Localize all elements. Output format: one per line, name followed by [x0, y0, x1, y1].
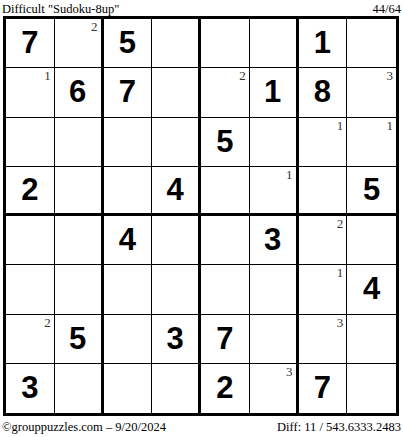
cell-value: 5: [55, 315, 101, 363]
cell-r6c4[interactable]: [152, 265, 201, 314]
sudoku-board: 72511672183511241543214253733237: [3, 16, 399, 416]
cell-r2c3[interactable]: 7: [104, 68, 153, 117]
corner-mark: 1: [286, 167, 293, 182]
cell-r5c2[interactable]: [55, 216, 104, 265]
cell-r1c7[interactable]: 1: [299, 19, 348, 68]
cell-r1c5[interactable]: [201, 19, 250, 68]
cell-value: 2: [201, 364, 249, 413]
cell-r3c1[interactable]: [6, 118, 55, 167]
cell-r1c1[interactable]: 7: [6, 19, 55, 68]
cell-r7c5[interactable]: 7: [201, 315, 250, 364]
cell-r8c4[interactable]: [152, 364, 201, 413]
corner-mark: 1: [44, 68, 51, 83]
cell-r3c2[interactable]: [55, 118, 104, 167]
cell-r6c8[interactable]: 4: [347, 265, 396, 314]
cell-r3c6[interactable]: [250, 118, 299, 167]
corner-mark: 3: [387, 68, 394, 83]
cell-r6c3[interactable]: [104, 265, 153, 314]
cell-r8c2[interactable]: [55, 364, 104, 413]
cell-r1c6[interactable]: [250, 19, 299, 68]
cell-r4c2[interactable]: [55, 167, 104, 216]
cell-r7c7[interactable]: 3: [299, 315, 348, 364]
cell-r2c6[interactable]: 1: [250, 68, 299, 117]
cell-r6c5[interactable]: [201, 265, 250, 314]
cell-r5c3[interactable]: 4: [104, 216, 153, 265]
cell-r1c3[interactable]: 5: [104, 19, 153, 68]
corner-mark: 2: [239, 68, 246, 83]
header: Difficult "Sudoku-8up" 44/64: [0, 0, 403, 16]
cell-r7c3[interactable]: [104, 315, 153, 364]
cell-value: 7: [201, 315, 249, 363]
cell-r3c4[interactable]: [152, 118, 201, 167]
cell-r6c6[interactable]: [250, 265, 299, 314]
cell-r3c8[interactable]: 1: [347, 118, 396, 167]
cell-r7c2[interactable]: 5: [55, 315, 104, 364]
cell-value: 7: [6, 19, 54, 67]
puzzle-title: Difficult "Sudoku-8up": [2, 3, 119, 16]
cell-r8c8[interactable]: [347, 364, 396, 413]
cell-r2c8[interactable]: 3: [347, 68, 396, 117]
cell-r1c2[interactable]: 2: [55, 19, 104, 68]
cell-r2c2[interactable]: 6: [55, 68, 104, 117]
cell-value: 4: [104, 216, 152, 264]
cell-value: 1: [299, 19, 347, 67]
cell-value: 2: [6, 167, 54, 213]
cell-r6c7[interactable]: 1: [299, 265, 348, 314]
corner-mark: 1: [337, 265, 344, 280]
cell-value: 3: [152, 315, 198, 363]
cell-r4c3[interactable]: [104, 167, 153, 216]
cell-r7c6[interactable]: [250, 315, 299, 364]
cell-value: 4: [152, 167, 198, 213]
cell-value: 7: [104, 68, 152, 116]
sudoku-page: Difficult "Sudoku-8up" 44/64 72511672183…: [0, 0, 403, 437]
cell-r2c4[interactable]: [152, 68, 201, 117]
corner-mark: 3: [337, 315, 344, 330]
cell-r8c3[interactable]: [104, 364, 153, 413]
cell-value: 3: [250, 216, 296, 264]
corner-mark: 3: [286, 364, 293, 379]
cell-r5c7[interactable]: 2: [299, 216, 348, 265]
cell-counter: 44/64: [373, 3, 401, 16]
cell-value: 1: [250, 68, 296, 116]
cell-r7c1[interactable]: 2: [6, 315, 55, 364]
cell-r4c4[interactable]: 4: [152, 167, 201, 216]
cell-r5c1[interactable]: [6, 216, 55, 265]
cell-r4c1[interactable]: 2: [6, 167, 55, 216]
corner-mark: 2: [91, 19, 98, 34]
cell-r7c4[interactable]: 3: [152, 315, 201, 364]
cell-value: 8: [299, 68, 347, 116]
cell-r8c5[interactable]: 2: [201, 364, 250, 413]
cell-r3c3[interactable]: [104, 118, 153, 167]
cell-r1c4[interactable]: [152, 19, 201, 68]
cell-r8c6[interactable]: 3: [250, 364, 299, 413]
cell-r4c6[interactable]: 1: [250, 167, 299, 216]
cell-value: 5: [201, 118, 249, 166]
cell-value: 4: [347, 265, 396, 313]
cell-r5c4[interactable]: [152, 216, 201, 265]
cell-r4c7[interactable]: [299, 167, 348, 216]
cell-r4c5[interactable]: [201, 167, 250, 216]
cell-r2c5[interactable]: 2: [201, 68, 250, 117]
difficulty-text: Diff: 11 / 543.6333.2483: [277, 420, 401, 435]
corner-mark: 1: [337, 118, 344, 133]
cell-r6c2[interactable]: [55, 265, 104, 314]
corner-mark: 1: [387, 118, 394, 133]
cell-r4c8[interactable]: 5: [347, 167, 396, 216]
footer: ©grouppuzzles.com – 9/20/2024 Diff: 11 /…: [0, 420, 403, 435]
cell-r5c6[interactable]: 3: [250, 216, 299, 265]
cell-value: 7: [299, 364, 347, 413]
cell-r7c8[interactable]: [347, 315, 396, 364]
cell-r8c7[interactable]: 7: [299, 364, 348, 413]
copyright-text: ©grouppuzzles.com – 9/20/2024: [2, 420, 166, 435]
cell-r2c1[interactable]: 1: [6, 68, 55, 117]
corner-mark: 2: [44, 315, 51, 330]
cell-r5c5[interactable]: [201, 216, 250, 265]
cell-r5c8[interactable]: [347, 216, 396, 265]
cell-value: 3: [6, 364, 54, 413]
cell-r8c1[interactable]: 3: [6, 364, 55, 413]
cell-r6c1[interactable]: [6, 265, 55, 314]
cell-r3c5[interactable]: 5: [201, 118, 250, 167]
corner-mark: 2: [337, 216, 344, 231]
cell-r3c7[interactable]: 1: [299, 118, 348, 167]
cell-value: 6: [55, 68, 101, 116]
cell-value: 5: [104, 19, 152, 67]
cell-r2c7[interactable]: 8: [299, 68, 348, 117]
cell-value: 5: [347, 167, 396, 213]
cell-r1c8[interactable]: [347, 19, 396, 68]
